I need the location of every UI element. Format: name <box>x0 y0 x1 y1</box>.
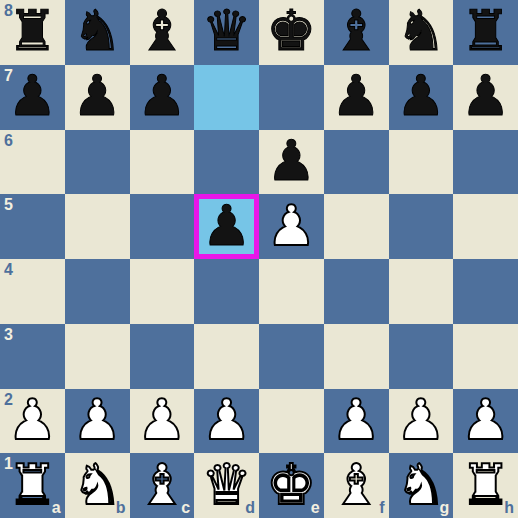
square-h5[interactable] <box>453 194 518 259</box>
square-a6[interactable]: 6 <box>0 130 65 195</box>
square-d4[interactable] <box>194 259 259 324</box>
square-h1[interactable]: ♜h <box>453 453 518 518</box>
piece-black-queen-d8[interactable]: ♛ <box>202 0 252 63</box>
piece-white-queen-d1[interactable]: ♛ <box>202 453 252 516</box>
square-c2[interactable]: ♟ <box>130 389 195 454</box>
square-f8[interactable]: ♝ <box>324 0 389 65</box>
piece-black-rook-a8[interactable]: ♜ <box>7 0 57 63</box>
square-b4[interactable] <box>65 259 130 324</box>
piece-black-pawn-h7[interactable]: ♟ <box>461 65 511 128</box>
piece-white-pawn-a2[interactable]: ♟ <box>7 389 57 452</box>
square-d7[interactable] <box>194 65 259 130</box>
square-g4[interactable] <box>389 259 454 324</box>
square-e7[interactable] <box>259 65 324 130</box>
square-c8[interactable]: ♝ <box>130 0 195 65</box>
square-h3[interactable] <box>453 324 518 389</box>
piece-white-knight-b1[interactable]: ♞ <box>72 453 122 516</box>
piece-black-pawn-a7[interactable]: ♟ <box>7 65 57 128</box>
square-g5[interactable] <box>389 194 454 259</box>
piece-black-pawn-g7[interactable]: ♟ <box>396 65 446 128</box>
square-f5[interactable] <box>324 194 389 259</box>
square-c6[interactable] <box>130 130 195 195</box>
square-b6[interactable] <box>65 130 130 195</box>
piece-white-pawn-d2[interactable]: ♟ <box>202 389 252 452</box>
piece-black-bishop-f8[interactable]: ♝ <box>331 0 381 63</box>
square-f3[interactable] <box>324 324 389 389</box>
square-d2[interactable]: ♟ <box>194 389 259 454</box>
square-h2[interactable]: ♟ <box>453 389 518 454</box>
square-a2[interactable]: ♟2 <box>0 389 65 454</box>
square-a4[interactable]: 4 <box>0 259 65 324</box>
square-g3[interactable] <box>389 324 454 389</box>
square-h8[interactable]: ♜ <box>453 0 518 65</box>
piece-white-bishop-c1[interactable]: ♝ <box>137 453 187 516</box>
piece-black-pawn-e6[interactable]: ♟ <box>266 130 316 193</box>
square-c5[interactable] <box>130 194 195 259</box>
square-e5[interactable]: ♟ <box>259 194 324 259</box>
square-f2[interactable]: ♟ <box>324 389 389 454</box>
square-a3[interactable]: 3 <box>0 324 65 389</box>
square-c4[interactable] <box>130 259 195 324</box>
piece-white-rook-a1[interactable]: ♜ <box>7 453 57 516</box>
square-f4[interactable] <box>324 259 389 324</box>
piece-black-bishop-c8[interactable]: ♝ <box>137 0 187 63</box>
piece-white-rook-h1[interactable]: ♜ <box>461 453 511 516</box>
rank-label-3: 3 <box>4 327 13 343</box>
piece-white-pawn-b2[interactable]: ♟ <box>72 389 122 452</box>
square-b7[interactable]: ♟ <box>65 65 130 130</box>
square-e3[interactable] <box>259 324 324 389</box>
piece-white-knight-g1[interactable]: ♞ <box>396 453 446 516</box>
square-b2[interactable]: ♟ <box>65 389 130 454</box>
square-f7[interactable]: ♟ <box>324 65 389 130</box>
square-e4[interactable] <box>259 259 324 324</box>
square-g7[interactable]: ♟ <box>389 65 454 130</box>
square-c3[interactable] <box>130 324 195 389</box>
piece-white-king-e1[interactable]: ♚ <box>266 453 316 516</box>
square-e1[interactable]: ♚e <box>259 453 324 518</box>
square-g8[interactable]: ♞ <box>389 0 454 65</box>
rank-label-4: 4 <box>4 262 13 278</box>
square-h4[interactable] <box>453 259 518 324</box>
square-b3[interactable] <box>65 324 130 389</box>
piece-black-king-e8[interactable]: ♚ <box>266 0 316 63</box>
piece-white-pawn-g2[interactable]: ♟ <box>396 389 446 452</box>
chess-board-window: ♜8♞♝♛♚♝♞♜♟7♟♟♟♟♟6♟5♟♟43♟2♟♟♟♟♟♟♜1a♞b♝c♛d… <box>0 0 518 518</box>
square-h7[interactable]: ♟ <box>453 65 518 130</box>
square-a1[interactable]: ♜1a <box>0 453 65 518</box>
piece-black-pawn-d5[interactable]: ♟ <box>202 194 252 257</box>
square-b5[interactable] <box>65 194 130 259</box>
square-a5[interactable]: 5 <box>0 194 65 259</box>
piece-black-pawn-c7[interactable]: ♟ <box>137 65 187 128</box>
piece-white-pawn-f2[interactable]: ♟ <box>331 389 381 452</box>
square-e6[interactable]: ♟ <box>259 130 324 195</box>
square-g6[interactable] <box>389 130 454 195</box>
piece-white-pawn-h2[interactable]: ♟ <box>461 389 511 452</box>
square-d6[interactable] <box>194 130 259 195</box>
square-h6[interactable] <box>453 130 518 195</box>
square-d8[interactable]: ♛ <box>194 0 259 65</box>
square-f1[interactable]: ♝f <box>324 453 389 518</box>
square-g1[interactable]: ♞g <box>389 453 454 518</box>
chess-board: ♜8♞♝♛♚♝♞♜♟7♟♟♟♟♟6♟5♟♟43♟2♟♟♟♟♟♟♜1a♞b♝c♛d… <box>0 0 518 518</box>
piece-black-pawn-f7[interactable]: ♟ <box>331 65 381 128</box>
square-f6[interactable] <box>324 130 389 195</box>
rank-label-6: 6 <box>4 133 13 149</box>
square-c7[interactable]: ♟ <box>130 65 195 130</box>
piece-black-rook-h8[interactable]: ♜ <box>461 0 511 63</box>
square-e2[interactable] <box>259 389 324 454</box>
piece-white-bishop-f1[interactable]: ♝ <box>331 453 381 516</box>
square-d3[interactable] <box>194 324 259 389</box>
square-g2[interactable]: ♟ <box>389 389 454 454</box>
piece-white-pawn-e5[interactable]: ♟ <box>266 194 316 257</box>
piece-black-pawn-b7[interactable]: ♟ <box>72 65 122 128</box>
square-b1[interactable]: ♞b <box>65 453 130 518</box>
square-d5[interactable]: ♟ <box>194 194 259 259</box>
piece-white-pawn-c2[interactable]: ♟ <box>137 389 187 452</box>
square-b8[interactable]: ♞ <box>65 0 130 65</box>
square-a7[interactable]: ♟7 <box>0 65 65 130</box>
piece-black-knight-g8[interactable]: ♞ <box>396 0 446 63</box>
square-c1[interactable]: ♝c <box>130 453 195 518</box>
square-d1[interactable]: ♛d <box>194 453 259 518</box>
piece-black-knight-b8[interactable]: ♞ <box>72 0 122 63</box>
square-e8[interactable]: ♚ <box>259 0 324 65</box>
square-a8[interactable]: ♜8 <box>0 0 65 65</box>
rank-label-5: 5 <box>4 197 13 213</box>
